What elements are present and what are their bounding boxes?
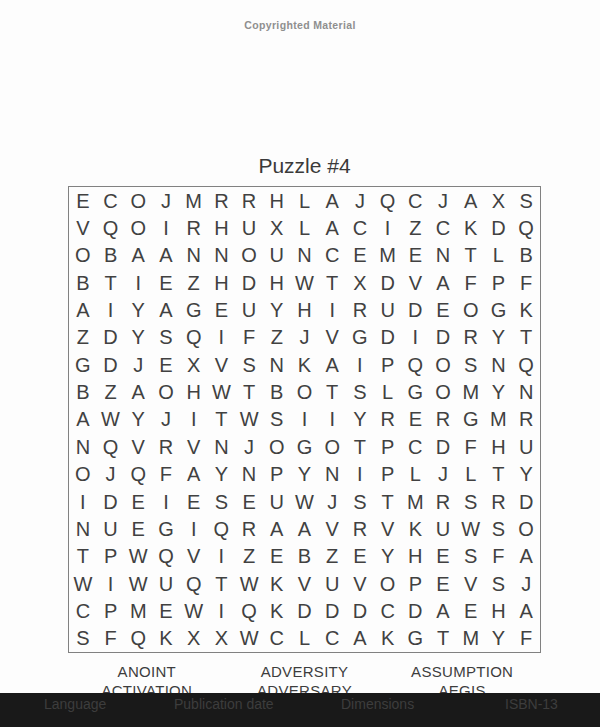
grid-cell-r6c9: J xyxy=(291,324,319,351)
grid-cell-r15c10: U xyxy=(318,570,346,597)
grid-cell-r13c15: W xyxy=(457,515,485,542)
grid-cell-r3c12: M xyxy=(374,242,402,269)
grid-cell-r10c2: Q xyxy=(97,433,125,460)
grid-cell-r8c14: O xyxy=(429,378,457,405)
grid-cell-r4c11: X xyxy=(346,269,374,296)
grid-cell-r3c6: N xyxy=(208,242,236,269)
grid-cell-r10c11: T xyxy=(346,433,374,460)
grid-cell-r9c12: R xyxy=(374,406,402,433)
grid-cell-r10c17: U xyxy=(512,433,540,460)
grid-cell-r12c12: T xyxy=(374,488,402,515)
grid-cell-r11c8: P xyxy=(263,461,291,488)
grid-cell-r7c3: J xyxy=(124,351,152,378)
grid-cell-r3c2: B xyxy=(97,242,125,269)
grid-cell-r14c8: E xyxy=(263,543,291,570)
grid-cell-r4c14: A xyxy=(429,269,457,296)
grid-cell-r7c7: S xyxy=(235,351,263,378)
grid-cell-r7c2: D xyxy=(97,351,125,378)
grid-cell-r1c7: R xyxy=(235,187,263,214)
grid-cell-r6c4: S xyxy=(152,324,180,351)
grid-cell-r16c11: D xyxy=(346,597,374,624)
grid-cell-r9c5: I xyxy=(180,406,208,433)
grid-cell-r12c15: S xyxy=(457,488,485,515)
grid-cell-r15c8: K xyxy=(263,570,291,597)
grid-cell-r1c17: S xyxy=(512,187,540,214)
grid-cell-r7c10: A xyxy=(318,351,346,378)
grid-cell-r13c14: U xyxy=(429,515,457,542)
grid-cell-r11c6: Y xyxy=(208,461,236,488)
grid-cell-r5c12: U xyxy=(374,296,402,323)
grid-cell-r16c1: C xyxy=(69,597,97,624)
grid-cell-r15c16: S xyxy=(485,570,513,597)
grid-cell-r4c4: E xyxy=(152,269,180,296)
grid-cell-r17c6: X xyxy=(208,625,236,652)
grid-cell-r8c5: H xyxy=(180,378,208,405)
grid-cell-r16c14: A xyxy=(429,597,457,624)
grid-cell-r13c2: U xyxy=(97,515,125,542)
grid-cell-r4c12: D xyxy=(374,269,402,296)
grid-cell-r8c2: Z xyxy=(97,378,125,405)
grid-cell-r17c4: K xyxy=(152,625,180,652)
grid-cell-r11c1: O xyxy=(69,461,97,488)
grid-cell-r4c3: I xyxy=(124,269,152,296)
bar-label-publication-date: Publication date xyxy=(174,696,274,712)
grid-cell-r2c12: I xyxy=(374,214,402,241)
grid-cell-r13c7: R xyxy=(235,515,263,542)
grid-cell-r16c9: D xyxy=(291,597,319,624)
grid-cell-r7c16: N xyxy=(485,351,513,378)
grid-cell-r16c12: C xyxy=(374,597,402,624)
grid-cell-r17c12: K xyxy=(374,625,402,652)
grid-cell-r3c11: E xyxy=(346,242,374,269)
grid-cell-r7c17: Q xyxy=(512,351,540,378)
grid-cell-r12c4: I xyxy=(152,488,180,515)
grid-cell-r12c11: S xyxy=(346,488,374,515)
grid-cell-r10c1: N xyxy=(69,433,97,460)
grid-cell-r5c8: Y xyxy=(263,296,291,323)
grid-cell-r6c16: Y xyxy=(485,324,513,351)
grid-cell-r13c8: A xyxy=(263,515,291,542)
grid-cell-r15c12: O xyxy=(374,570,402,597)
grid-cell-r16c4: E xyxy=(152,597,180,624)
grid-cell-r1c13: C xyxy=(401,187,429,214)
grid-cell-r8c13: G xyxy=(401,378,429,405)
grid-cell-r11c7: N xyxy=(235,461,263,488)
grid-cell-r17c5: X xyxy=(180,625,208,652)
grid-cell-r3c16: L xyxy=(485,242,513,269)
grid-cell-r7c6: V xyxy=(208,351,236,378)
grid-cell-r15c6: T xyxy=(208,570,236,597)
grid-cell-r8c3: A xyxy=(124,378,152,405)
grid-cell-r9c8: S xyxy=(263,406,291,433)
grid-cell-r12c6: S xyxy=(208,488,236,515)
grid-cell-r12c16: R xyxy=(485,488,513,515)
grid-cell-r4c16: P xyxy=(485,269,513,296)
grid-cell-r15c1: W xyxy=(69,570,97,597)
grid-cell-r3c4: A xyxy=(152,242,180,269)
grid-cell-r11c10: N xyxy=(318,461,346,488)
grid-cell-r9c17: R xyxy=(512,406,540,433)
grid-cell-r13c4: G xyxy=(152,515,180,542)
grid-cell-r10c14: D xyxy=(429,433,457,460)
grid-cell-r5c5: G xyxy=(180,296,208,323)
grid-cell-r2c17: Q xyxy=(512,214,540,241)
bar-label-isbn-13: ISBN-13 xyxy=(505,696,558,712)
grid-cell-r5c14: E xyxy=(429,296,457,323)
grid-cell-r4c2: T xyxy=(97,269,125,296)
grid-cell-r1c14: J xyxy=(429,187,457,214)
grid-cell-r8c10: T xyxy=(318,378,346,405)
grid-cell-r16c16: H xyxy=(485,597,513,624)
grid-cell-r14c16: F xyxy=(485,543,513,570)
grid-cell-r1c3: O xyxy=(124,187,152,214)
grid-cell-r14c14: E xyxy=(429,543,457,570)
grid-cell-r8c17: N xyxy=(512,378,540,405)
grid-cell-r11c14: J xyxy=(429,461,457,488)
grid-cell-r10c15: F xyxy=(457,433,485,460)
grid-cell-r13c6: Q xyxy=(208,515,236,542)
grid-cell-r5c3: Y xyxy=(124,296,152,323)
grid-cell-r9c7: W xyxy=(235,406,263,433)
bar-label-dimensions: Dimensions xyxy=(341,696,414,712)
grid-cell-r4c6: H xyxy=(208,269,236,296)
grid-cell-r16c3: M xyxy=(124,597,152,624)
grid-cell-r13c13: K xyxy=(401,515,429,542)
grid-cell-r11c17: Y xyxy=(512,461,540,488)
grid-cell-r15c14: E xyxy=(429,570,457,597)
grid-cell-r6c5: Q xyxy=(180,324,208,351)
grid-cell-r1c9: L xyxy=(291,187,319,214)
grid-cell-r8c15: M xyxy=(457,378,485,405)
grid-cell-r3c13: E xyxy=(401,242,429,269)
grid-cell-r17c10: C xyxy=(318,625,346,652)
grid-cell-r14c10: Z xyxy=(318,543,346,570)
grid-cell-r6c11: G xyxy=(346,324,374,351)
grid-cell-r15c15: V xyxy=(457,570,485,597)
grid-cell-r7c8: N xyxy=(263,351,291,378)
grid-cell-r15c13: P xyxy=(401,570,429,597)
grid-cell-r3c5: N xyxy=(180,242,208,269)
grid-cell-r8c4: O xyxy=(152,378,180,405)
grid-cell-r4c15: F xyxy=(457,269,485,296)
grid-cell-r15c2: I xyxy=(97,570,125,597)
grid-cell-r10c4: R xyxy=(152,433,180,460)
grid-cell-r13c3: E xyxy=(124,515,152,542)
grid-cell-r2c13: Z xyxy=(401,214,429,241)
grid-cell-r10c8: O xyxy=(263,433,291,460)
grid-cell-r3c7: O xyxy=(235,242,263,269)
grid-cell-r11c9: Y xyxy=(291,461,319,488)
grid-cell-r2c11: C xyxy=(346,214,374,241)
grid-cell-r10c7: J xyxy=(235,433,263,460)
grid-cell-r11c11: I xyxy=(346,461,374,488)
grid-cell-r4c1: B xyxy=(69,269,97,296)
grid-cell-r7c15: S xyxy=(457,351,485,378)
grid-cell-r8c12: L xyxy=(374,378,402,405)
grid-cell-r14c1: T xyxy=(69,543,97,570)
grid-cell-r5c11: R xyxy=(346,296,374,323)
grid-cell-r6c13: I xyxy=(401,324,429,351)
grid-cell-r9c15: G xyxy=(457,406,485,433)
grid-cell-r9c13: E xyxy=(401,406,429,433)
grid-cell-r3c10: C xyxy=(318,242,346,269)
grid-cell-r12c9: W xyxy=(291,488,319,515)
grid-cell-r2c6: H xyxy=(208,214,236,241)
grid-cell-r13c11: R xyxy=(346,515,374,542)
grid-cell-r13c12: V xyxy=(374,515,402,542)
grid-cell-r16c5: W xyxy=(180,597,208,624)
word-adversity: ADVERSITY xyxy=(226,663,384,680)
grid-cell-r12c17: D xyxy=(512,488,540,515)
grid-cell-r2c4: I xyxy=(152,214,180,241)
bar-label-language: Language xyxy=(44,696,106,712)
grid-cell-r4c17: F xyxy=(512,269,540,296)
grid-cell-r1c8: H xyxy=(263,187,291,214)
grid-cell-r13c1: N xyxy=(69,515,97,542)
grid-cell-r2c14: C xyxy=(429,214,457,241)
grid-cell-r3c14: N xyxy=(429,242,457,269)
grid-cell-r2c10: A xyxy=(318,214,346,241)
grid-cell-r6c12: D xyxy=(374,324,402,351)
grid-cell-r14c3: W xyxy=(124,543,152,570)
grid-cell-r12c14: R xyxy=(429,488,457,515)
grid-cell-r15c7: W xyxy=(235,570,263,597)
grid-cell-r13c5: I xyxy=(180,515,208,542)
grid-cell-r15c9: V xyxy=(291,570,319,597)
grid-cell-r12c13: M xyxy=(401,488,429,515)
grid-cell-r6c6: I xyxy=(208,324,236,351)
grid-cell-r10c16: H xyxy=(485,433,513,460)
grid-cell-r4c8: H xyxy=(263,269,291,296)
grid-cell-r8c9: O xyxy=(291,378,319,405)
grid-cell-r12c5: E xyxy=(180,488,208,515)
word-list-row-1: ANOINT ADVERSITY ASSUMPTION xyxy=(68,663,541,680)
grid-cell-r17c11: A xyxy=(346,625,374,652)
grid-cell-r5c15: O xyxy=(457,296,485,323)
grid-cell-r16c17: A xyxy=(512,597,540,624)
grid-cell-r3c15: T xyxy=(457,242,485,269)
grid-cell-r15c11: V xyxy=(346,570,374,597)
grid-cell-r16c15: E xyxy=(457,597,485,624)
grid-cell-r5c2: I xyxy=(97,296,125,323)
copyright-notice: Copyrighted Material xyxy=(0,19,600,31)
grid-cell-r1c2: C xyxy=(97,187,125,214)
grid-cell-r14c7: Z xyxy=(235,543,263,570)
grid-cell-r11c5: A xyxy=(180,461,208,488)
grid-cell-r10c5: V xyxy=(180,433,208,460)
grid-cell-r1c15: A xyxy=(457,187,485,214)
grid-cell-r2c2: Q xyxy=(97,214,125,241)
grid-cell-r3c8: U xyxy=(263,242,291,269)
grid-cell-r5c6: E xyxy=(208,296,236,323)
grid-cell-r17c2: F xyxy=(97,625,125,652)
grid-cell-r7c4: E xyxy=(152,351,180,378)
grid-cell-r9c16: M xyxy=(485,406,513,433)
grid-cell-r3c1: O xyxy=(69,242,97,269)
grid-cell-r11c16: T xyxy=(485,461,513,488)
grid-cell-r16c6: I xyxy=(208,597,236,624)
grid-cell-r7c11: I xyxy=(346,351,374,378)
grid-cell-r6c3: Y xyxy=(124,324,152,351)
grid-cell-r13c16: S xyxy=(485,515,513,542)
grid-cell-r14c9: B xyxy=(291,543,319,570)
grid-cell-r17c3: Q xyxy=(124,625,152,652)
grid-cell-r11c4: F xyxy=(152,461,180,488)
word-assumption: ASSUMPTION xyxy=(383,663,541,680)
grid-cell-r2c8: X xyxy=(263,214,291,241)
grid-cell-r14c5: V xyxy=(180,543,208,570)
grid-cell-r8c8: B xyxy=(263,378,291,405)
grid-cell-r5c7: U xyxy=(235,296,263,323)
grid-cell-r12c2: D xyxy=(97,488,125,515)
grid-cell-r14c13: H xyxy=(401,543,429,570)
grid-cell-r17c16: Y xyxy=(485,625,513,652)
grid-cell-r15c5: Q xyxy=(180,570,208,597)
grid-cell-r12c1: I xyxy=(69,488,97,515)
grid-cell-r5c13: D xyxy=(401,296,429,323)
grid-cell-r17c7: W xyxy=(235,625,263,652)
grid-cell-r10c6: N xyxy=(208,433,236,460)
grid-cell-r6c17: T xyxy=(512,324,540,351)
grid-cell-r6c7: F xyxy=(235,324,263,351)
grid-cell-r15c4: U xyxy=(152,570,180,597)
grid-cell-r13c10: V xyxy=(318,515,346,542)
grid-cell-r5c16: G xyxy=(485,296,513,323)
grid-cell-r1c10: A xyxy=(318,187,346,214)
grid-cell-r15c17: J xyxy=(512,570,540,597)
grid-cell-r8c16: Y xyxy=(485,378,513,405)
grid-cell-r11c15: L xyxy=(457,461,485,488)
grid-cell-r2c5: R xyxy=(180,214,208,241)
grid-cell-r11c3: Q xyxy=(124,461,152,488)
grid-cell-r9c4: J xyxy=(152,406,180,433)
grid-cell-r4c10: T xyxy=(318,269,346,296)
grid-cell-r6c2: D xyxy=(97,324,125,351)
grid-cell-r1c5: M xyxy=(180,187,208,214)
word-search-grid: ECOJMRRHLAJQCJAXSVQOIRHUXLACIZCKDQOBAANN… xyxy=(68,186,541,653)
grid-cell-r2c7: U xyxy=(235,214,263,241)
grid-cell-r5c17: K xyxy=(512,296,540,323)
grid-cell-r8c11: S xyxy=(346,378,374,405)
grid-cell-r14c11: E xyxy=(346,543,374,570)
grid-cell-r10c13: C xyxy=(401,433,429,460)
grid-cell-r1c4: J xyxy=(152,187,180,214)
grid-cell-r6c8: Z xyxy=(263,324,291,351)
product-details-bar: Language Publication date Dimensions ISB… xyxy=(0,693,600,727)
grid-cell-r13c9: A xyxy=(291,515,319,542)
grid-cell-r16c7: Q xyxy=(235,597,263,624)
grid-cell-r11c12: P xyxy=(374,461,402,488)
grid-cell-r5c9: H xyxy=(291,296,319,323)
grid-cell-r3c17: B xyxy=(512,242,540,269)
grid-cell-r17c1: S xyxy=(69,625,97,652)
grid-cell-r17c13: G xyxy=(401,625,429,652)
grid-cell-r17c9: L xyxy=(291,625,319,652)
grid-cell-r10c10: O xyxy=(318,433,346,460)
grid-cell-r6c14: D xyxy=(429,324,457,351)
grid-cell-r9c14: R xyxy=(429,406,457,433)
grid-cell-r9c1: A xyxy=(69,406,97,433)
grid-cell-r12c8: U xyxy=(263,488,291,515)
grid-cell-r13c17: O xyxy=(512,515,540,542)
grid-cell-r6c15: R xyxy=(457,324,485,351)
grid-cell-r16c10: D xyxy=(318,597,346,624)
grid-cell-r7c12: P xyxy=(374,351,402,378)
grid-cell-r3c3: A xyxy=(124,242,152,269)
grid-cell-r5c1: A xyxy=(69,296,97,323)
grid-cell-r10c9: G xyxy=(291,433,319,460)
grid-cell-r2c16: D xyxy=(485,214,513,241)
grid-cell-r17c8: C xyxy=(263,625,291,652)
book-page: Copyrighted Material Puzzle #4 ECOJMRRHL… xyxy=(0,0,600,727)
grid-cell-r4c5: Z xyxy=(180,269,208,296)
grid-cell-r1c1: E xyxy=(69,187,97,214)
grid-cell-r9c6: T xyxy=(208,406,236,433)
grid-cell-r5c10: I xyxy=(318,296,346,323)
grid-cell-r2c15: K xyxy=(457,214,485,241)
grid-cell-r2c1: V xyxy=(69,214,97,241)
grid-cell-r9c9: I xyxy=(291,406,319,433)
grid-cell-r17c17: F xyxy=(512,625,540,652)
grid-cell-r1c11: J xyxy=(346,187,374,214)
grid-cell-r10c3: V xyxy=(124,433,152,460)
grid-cell-r9c2: W xyxy=(97,406,125,433)
grid-cell-r12c3: E xyxy=(124,488,152,515)
grid-cell-r7c1: G xyxy=(69,351,97,378)
grid-cell-r4c7: D xyxy=(235,269,263,296)
grid-cell-r8c6: W xyxy=(208,378,236,405)
grid-cell-r17c14: T xyxy=(429,625,457,652)
grid-cell-r7c13: Q xyxy=(401,351,429,378)
grid-cell-r14c4: Q xyxy=(152,543,180,570)
grid-cell-r14c17: A xyxy=(512,543,540,570)
grid-cell-r9c3: Y xyxy=(124,406,152,433)
grid-cell-r7c5: X xyxy=(180,351,208,378)
grid-cell-r6c1: Z xyxy=(69,324,97,351)
grid-cell-r1c16: X xyxy=(485,187,513,214)
grid-cell-r9c11: Y xyxy=(346,406,374,433)
word-anoint: ANOINT xyxy=(68,663,226,680)
grid-cell-r8c1: B xyxy=(69,378,97,405)
grid-cell-r12c7: E xyxy=(235,488,263,515)
grid-cell-r14c12: Y xyxy=(374,543,402,570)
grid-cell-r14c2: P xyxy=(97,543,125,570)
grid-cell-r8c7: T xyxy=(235,378,263,405)
grid-cell-r16c13: D xyxy=(401,597,429,624)
grid-cell-r2c3: O xyxy=(124,214,152,241)
grid-cell-r16c2: P xyxy=(97,597,125,624)
grid-cell-r17c15: M xyxy=(457,625,485,652)
grid-cell-r16c8: K xyxy=(263,597,291,624)
grid-cell-r12c10: J xyxy=(318,488,346,515)
puzzle-title: Puzzle #4 xyxy=(68,154,541,178)
grid-cell-r11c13: L xyxy=(401,461,429,488)
grid-cell-r4c9: W xyxy=(291,269,319,296)
grid-cell-r6c10: V xyxy=(318,324,346,351)
grid-cell-r4c13: V xyxy=(401,269,429,296)
grid-cell-r2c9: L xyxy=(291,214,319,241)
grid-cell-r11c2: J xyxy=(97,461,125,488)
grid-cell-r5c4: A xyxy=(152,296,180,323)
grid-cell-r1c6: R xyxy=(208,187,236,214)
grid-cell-r15c3: W xyxy=(124,570,152,597)
grid-cell-r14c15: S xyxy=(457,543,485,570)
grid-cell-r14c6: I xyxy=(208,543,236,570)
grid-cell-r3c9: N xyxy=(291,242,319,269)
grid-cell-r7c9: K xyxy=(291,351,319,378)
grid-cell-r10c12: P xyxy=(374,433,402,460)
grid-cell-r9c10: I xyxy=(318,406,346,433)
